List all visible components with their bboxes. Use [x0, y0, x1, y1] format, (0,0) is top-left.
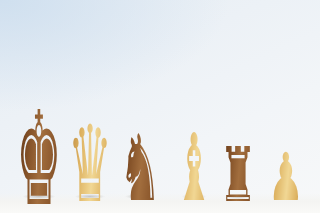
knight-glyph: ♞: [118, 124, 161, 213]
bishop-piece: ♝: [169, 159, 219, 213]
rook-piece: ♜: [216, 164, 259, 212]
pawn-glyph: ♟: [268, 144, 304, 210]
chess-pieces-photo: ♚ ♛ ♞ ♝ ♜ ♟: [0, 0, 320, 213]
king-glyph: ♚: [16, 94, 62, 213]
queen-piece: ♛: [62, 156, 118, 213]
king-piece: ♚: [8, 154, 71, 213]
queen-glyph: ♛: [68, 112, 112, 213]
pawn-piece: ♟: [266, 166, 305, 210]
knight-piece: ♞: [115, 159, 165, 213]
bishop-glyph: ♝: [174, 122, 213, 213]
rook-glyph: ♜: [219, 137, 257, 212]
